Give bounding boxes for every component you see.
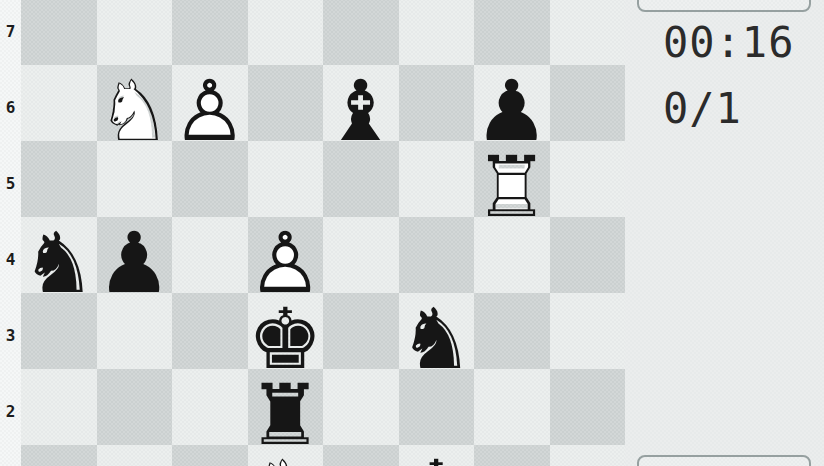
square-d1[interactable]: ♞♘ [248, 445, 324, 466]
square-f7[interactable] [399, 0, 475, 65]
square-e3[interactable] [323, 293, 399, 369]
square-c2[interactable] [172, 369, 248, 445]
piece-white-knight[interactable]: ♞♘ [248, 449, 323, 466]
square-f4[interactable] [399, 217, 475, 293]
square-b6[interactable]: ♞♘ [97, 65, 173, 141]
square-g4[interactable] [474, 217, 550, 293]
square-c5[interactable] [172, 141, 248, 217]
rank-label-5: 5 [0, 146, 21, 222]
square-d5[interactable] [248, 141, 324, 217]
square-a4[interactable]: ♞ [21, 217, 97, 293]
square-c1[interactable] [172, 445, 248, 466]
square-e2[interactable] [323, 369, 399, 445]
square-h5[interactable] [550, 141, 626, 217]
square-f1[interactable]: ♚♔ [399, 445, 475, 466]
square-c4[interactable] [172, 217, 248, 293]
square-h6[interactable] [550, 65, 626, 141]
square-e4[interactable] [323, 217, 399, 293]
square-c7[interactable] [172, 0, 248, 65]
square-a3[interactable] [21, 293, 97, 369]
square-b7[interactable] [97, 0, 173, 65]
rank-labels-strip: 7654321 [0, 0, 21, 466]
square-c6[interactable]: ♟♙ [172, 65, 248, 141]
rank-label-4: 4 [0, 222, 21, 298]
square-f5[interactable] [399, 141, 475, 217]
square-h3[interactable] [550, 293, 626, 369]
square-d3[interactable]: ♚ [248, 293, 324, 369]
square-g7[interactable] [474, 0, 550, 65]
square-d7[interactable] [248, 0, 324, 65]
rank-label-6: 6 [0, 70, 21, 146]
square-b3[interactable] [97, 293, 173, 369]
rank-label-1: 1 [0, 450, 21, 466]
square-d6[interactable] [248, 65, 324, 141]
panel-bottom-button[interactable] [637, 455, 811, 466]
square-a5[interactable] [21, 141, 97, 217]
square-h7[interactable] [550, 0, 626, 65]
rank-label-7: 7 [0, 0, 21, 70]
square-e5[interactable] [323, 141, 399, 217]
square-e6[interactable]: ♝ [323, 65, 399, 141]
square-g3[interactable] [474, 293, 550, 369]
square-g2[interactable] [474, 369, 550, 445]
clock-display: 00:16 [663, 18, 794, 67]
rank-label-2: 2 [0, 374, 21, 450]
square-a2[interactable] [21, 369, 97, 445]
square-d2[interactable]: ♜ [248, 369, 324, 445]
piece-outline-layer: ♔ [399, 442, 474, 466]
square-g5[interactable]: ♜♖ [474, 141, 550, 217]
panel-top-button[interactable] [637, 0, 811, 12]
square-g1[interactable] [474, 445, 550, 466]
square-b2[interactable] [97, 369, 173, 445]
square-f2[interactable] [399, 369, 475, 445]
square-d4[interactable]: ♟♙ [248, 217, 324, 293]
chess-app-screen: 7654321 ♞♘♟♙♝♟♜♖♞♟♟♙♚♞♜♞♘♚♔ 00:16 0/1 [0, 0, 824, 466]
square-b4[interactable]: ♟ [97, 217, 173, 293]
square-h1[interactable] [550, 445, 626, 466]
square-a7[interactable] [21, 0, 97, 65]
square-e7[interactable] [323, 0, 399, 65]
square-a1[interactable] [21, 445, 97, 466]
square-c3[interactable] [172, 293, 248, 369]
square-a6[interactable] [21, 65, 97, 141]
square-e1[interactable] [323, 445, 399, 466]
square-f3[interactable]: ♞ [399, 293, 475, 369]
square-b1[interactable] [97, 445, 173, 466]
chess-board: ♞♘♟♙♝♟♜♖♞♟♟♙♚♞♜♞♘♚♔ [21, 0, 625, 466]
side-panel: 00:16 0/1 [625, 0, 824, 466]
square-g6[interactable]: ♟ [474, 65, 550, 141]
square-b5[interactable] [97, 141, 173, 217]
square-f6[interactable] [399, 65, 475, 141]
rank-label-3: 3 [0, 298, 21, 374]
piece-outline-layer: ♘ [248, 442, 323, 466]
piece-white-king[interactable]: ♚♔ [399, 449, 474, 466]
square-h2[interactable] [550, 369, 626, 445]
puzzle-score: 0/1 [663, 84, 742, 133]
square-h4[interactable] [550, 217, 626, 293]
